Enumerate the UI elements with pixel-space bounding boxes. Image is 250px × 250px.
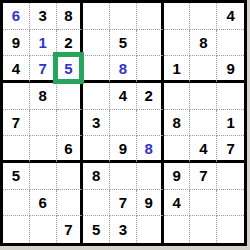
cell-r7c7[interactable]: 9 xyxy=(164,163,191,190)
cell-r1c6[interactable] xyxy=(137,3,164,30)
cell-r7c3[interactable] xyxy=(57,163,84,190)
cell-r2c3[interactable]: 2 xyxy=(57,30,84,57)
cell-r5c2[interactable] xyxy=(30,110,57,137)
cell-r8c2[interactable]: 6 xyxy=(30,190,57,217)
cell-r6c2[interactable] xyxy=(30,136,57,163)
cell-r2c2[interactable]: 1 xyxy=(30,30,57,57)
cell-r9c1[interactable] xyxy=(3,216,30,243)
cell-r4c4[interactable] xyxy=(83,83,110,110)
cell-r8c1[interactable] xyxy=(3,190,30,217)
cell-r1c3[interactable]: 8 xyxy=(57,3,84,30)
cell-r4c2[interactable]: 8 xyxy=(30,83,57,110)
cell-r9c2[interactable] xyxy=(30,216,57,243)
sudoku-board: 63849125847581984273816984758976794753 xyxy=(0,0,247,246)
cell-r8c8[interactable] xyxy=(190,190,217,217)
cell-r6c8[interactable]: 4 xyxy=(190,136,217,163)
cell-r3c1[interactable]: 4 xyxy=(3,56,30,83)
cell-r3c4[interactable] xyxy=(83,56,110,83)
cell-r6c4[interactable] xyxy=(83,136,110,163)
cell-r1c9[interactable]: 4 xyxy=(217,3,244,30)
cell-r2c5[interactable]: 5 xyxy=(110,30,137,57)
cell-r9c7[interactable] xyxy=(164,216,191,243)
cell-r5c8[interactable] xyxy=(190,110,217,137)
cell-r9c9[interactable] xyxy=(217,216,244,243)
cell-r6c1[interactable] xyxy=(3,136,30,163)
cell-r2c4[interactable] xyxy=(83,30,110,57)
cell-r2c6[interactable] xyxy=(137,30,164,57)
cell-r7c6[interactable] xyxy=(137,163,164,190)
cell-r8c4[interactable] xyxy=(83,190,110,217)
cell-r6c3[interactable]: 6 xyxy=(57,136,84,163)
cell-r5c3[interactable] xyxy=(57,110,84,137)
cell-r9c5[interactable]: 3 xyxy=(110,216,137,243)
cell-r3c7[interactable]: 1 xyxy=(164,56,191,83)
cell-r8c9[interactable] xyxy=(217,190,244,217)
cell-r9c4[interactable]: 5 xyxy=(83,216,110,243)
cell-r6c6[interactable]: 8 xyxy=(137,136,164,163)
cell-r6c5[interactable]: 9 xyxy=(110,136,137,163)
cell-r1c5[interactable] xyxy=(110,3,137,30)
cell-r4c1[interactable] xyxy=(3,83,30,110)
cell-r8c3[interactable] xyxy=(57,190,84,217)
cell-r4c8[interactable] xyxy=(190,83,217,110)
cell-r7c8[interactable]: 7 xyxy=(190,163,217,190)
cell-r2c9[interactable] xyxy=(217,30,244,57)
cell-r5c6[interactable] xyxy=(137,110,164,137)
cell-r4c7[interactable] xyxy=(164,83,191,110)
cell-r7c1[interactable]: 5 xyxy=(3,163,30,190)
cell-r9c8[interactable] xyxy=(190,216,217,243)
cell-r5c4[interactable]: 3 xyxy=(83,110,110,137)
cell-r6c9[interactable]: 7 xyxy=(217,136,244,163)
cell-r3c8[interactable] xyxy=(190,56,217,83)
cell-r4c5[interactable]: 4 xyxy=(110,83,137,110)
cell-r7c5[interactable] xyxy=(110,163,137,190)
cell-r1c8[interactable] xyxy=(190,3,217,30)
cell-r9c3[interactable]: 7 xyxy=(57,216,84,243)
cell-r8c5[interactable]: 7 xyxy=(110,190,137,217)
cell-r1c1[interactable]: 6 xyxy=(3,3,30,30)
cell-r5c9[interactable]: 1 xyxy=(217,110,244,137)
cell-r7c9[interactable] xyxy=(217,163,244,190)
cell-r3c3[interactable]: 5 xyxy=(57,56,84,83)
cell-r6c7[interactable] xyxy=(164,136,191,163)
cell-r2c1[interactable]: 9 xyxy=(3,30,30,57)
cell-r3c6[interactable] xyxy=(137,56,164,83)
cell-r4c6[interactable]: 2 xyxy=(137,83,164,110)
cell-r7c2[interactable] xyxy=(30,163,57,190)
cell-r5c1[interactable]: 7 xyxy=(3,110,30,137)
cell-r8c6[interactable]: 9 xyxy=(137,190,164,217)
cell-r5c7[interactable]: 8 xyxy=(164,110,191,137)
cell-r1c7[interactable] xyxy=(164,3,191,30)
cell-r3c9[interactable]: 9 xyxy=(217,56,244,83)
cell-r9c6[interactable] xyxy=(137,216,164,243)
cell-r1c4[interactable] xyxy=(83,3,110,30)
cell-r1c2[interactable]: 3 xyxy=(30,3,57,30)
cell-r7c4[interactable]: 8 xyxy=(83,163,110,190)
cell-r5c5[interactable] xyxy=(110,110,137,137)
cell-r3c2[interactable]: 7 xyxy=(30,56,57,83)
cell-r8c7[interactable]: 4 xyxy=(164,190,191,217)
cell-r4c3[interactable] xyxy=(57,83,84,110)
cell-r2c8[interactable]: 8 xyxy=(190,30,217,57)
cell-r4c9[interactable] xyxy=(217,83,244,110)
cell-r3c5[interactable]: 8 xyxy=(110,56,137,83)
cell-r2c7[interactable] xyxy=(164,30,191,57)
